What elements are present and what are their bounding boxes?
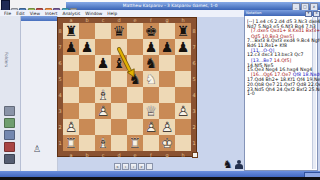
square-e7[interactable] bbox=[127, 39, 143, 55]
rank-label-3-right: 3 bbox=[192, 108, 197, 114]
white-king: ♚♔ bbox=[159, 135, 175, 151]
square-d1[interactable] bbox=[111, 135, 127, 151]
file-label-b-bottom: b bbox=[79, 152, 95, 158]
square-h4[interactable] bbox=[175, 87, 191, 103]
next-move-button[interactable]: › bbox=[130, 163, 137, 170]
square-f1[interactable] bbox=[143, 135, 159, 151]
square-a6[interactable] bbox=[63, 55, 79, 71]
square-b1[interactable] bbox=[79, 135, 95, 151]
square-h2[interactable] bbox=[175, 119, 191, 135]
square-c6[interactable]: ♟ bbox=[95, 55, 111, 71]
file-label-g-bottom: g bbox=[159, 152, 175, 158]
square-h6[interactable] bbox=[175, 55, 191, 71]
rank-label-5-left: 5 bbox=[58, 76, 63, 82]
black-rook: ♜ bbox=[63, 23, 79, 39]
move-text[interactable]: 1-0 bbox=[247, 91, 255, 96]
menu-file[interactable]: File bbox=[4, 11, 11, 16]
file-label-e-bottom: e bbox=[127, 152, 143, 158]
rank-label-2-right: 2 bbox=[192, 124, 197, 130]
rail-icon-4[interactable] bbox=[4, 142, 15, 152]
bottom-edge bbox=[0, 177, 320, 180]
menu-items: FileEditViewInsertAnalysisWindowHelp bbox=[4, 11, 122, 16]
file-label-c-top: c bbox=[95, 17, 111, 23]
notation-line-15[interactable]: 23.Nd5 Qh4 24.Qxf2 Bxf2 25.Ne7 bbox=[247, 87, 315, 92]
file-label-c-bottom: c bbox=[95, 152, 111, 158]
white-pawn: ♟♙ bbox=[63, 119, 79, 135]
square-a3[interactable] bbox=[63, 103, 79, 119]
move-text[interactable]: 23.Nd5 Qh4 24.Qxf2 Bxf2 25.Ne7 bbox=[247, 86, 320, 91]
square-d3[interactable] bbox=[111, 103, 127, 119]
square-b5[interactable] bbox=[79, 71, 95, 87]
file-label-g-top: g bbox=[159, 17, 175, 23]
move-text[interactable]: 14.Qf5] bbox=[274, 57, 292, 62]
rank-label-8-right: 8 bbox=[192, 28, 197, 34]
first-move-button[interactable]: « bbox=[114, 163, 121, 170]
last-move-button[interactable]: » bbox=[138, 163, 145, 170]
square-c5[interactable] bbox=[95, 71, 111, 87]
square-a1[interactable]: ♜♖ bbox=[63, 135, 79, 151]
square-d2[interactable] bbox=[111, 119, 127, 135]
square-c7[interactable] bbox=[95, 39, 111, 55]
square-d5[interactable] bbox=[111, 71, 127, 87]
file-label-e-top: e bbox=[127, 17, 143, 23]
white-rook: ♜♖ bbox=[63, 135, 79, 151]
rank-label-5-right: 5 bbox=[192, 76, 197, 82]
rank-label-6-left: 6 bbox=[58, 60, 63, 66]
square-h3[interactable]: ♟♙ bbox=[175, 103, 191, 119]
square-b2[interactable] bbox=[79, 119, 95, 135]
square-b4[interactable] bbox=[79, 87, 95, 103]
square-g8[interactable] bbox=[159, 23, 175, 39]
panel-close-button[interactable]: x bbox=[313, 11, 320, 17]
square-g5[interactable] bbox=[159, 71, 175, 87]
rank-label-4-right: 4 bbox=[192, 92, 197, 98]
square-e1[interactable]: ♜♖ bbox=[127, 135, 143, 151]
square-h5[interactable] bbox=[175, 71, 191, 87]
black-pawn: ♟ bbox=[159, 39, 175, 55]
square-b7[interactable]: ♟ bbox=[79, 39, 95, 55]
menu-analysis[interactable]: Analysis bbox=[62, 11, 80, 16]
square-d8[interactable]: ♛ bbox=[111, 23, 127, 39]
board-corner-marker bbox=[192, 152, 198, 158]
rank-label-7-right: 7 bbox=[192, 44, 197, 50]
rank-label-8-left: 8 bbox=[58, 28, 63, 34]
prev-move-button[interactable]: ‹ bbox=[122, 163, 129, 170]
black-pawn: ♟ bbox=[63, 39, 79, 55]
rail-icon-1[interactable] bbox=[4, 106, 15, 116]
move-list: [--] 1.e4 c6 2.d4 d5 3.Nc3 dxe4 4.Nxe4Nd… bbox=[247, 19, 315, 105]
black-pawn: ♟ bbox=[79, 39, 95, 55]
square-d6[interactable]: ♝ bbox=[111, 55, 127, 71]
square-c1[interactable]: ♝♗ bbox=[95, 135, 111, 151]
square-g6[interactable] bbox=[159, 55, 175, 71]
black-knight: ♞ bbox=[127, 71, 143, 87]
black-queen: ♛ bbox=[111, 23, 127, 39]
square-e4[interactable] bbox=[127, 87, 143, 103]
square-b8[interactable] bbox=[79, 23, 95, 39]
white-queen: ♛♕ bbox=[143, 103, 159, 119]
square-b3[interactable] bbox=[79, 103, 95, 119]
black-king: ♚ bbox=[143, 23, 159, 39]
file-label-d-top: d bbox=[111, 17, 127, 23]
white-rook: ♜♖ bbox=[127, 135, 143, 151]
black-knight: ♞ bbox=[143, 55, 159, 71]
rail-icon-3[interactable] bbox=[4, 130, 15, 140]
white-bishop: ♝♗ bbox=[95, 87, 111, 103]
square-f7[interactable]: ♟ bbox=[143, 39, 159, 55]
pawn-icon: ♙ bbox=[33, 144, 41, 154]
rank-label-2-left: 2 bbox=[58, 124, 63, 130]
square-h8[interactable]: ♜ bbox=[175, 23, 191, 39]
square-a8[interactable]: ♜ bbox=[63, 23, 79, 39]
file-label-h-bottom: h bbox=[175, 152, 191, 158]
panel-menu-button[interactable]: ▾ bbox=[305, 11, 312, 17]
black-pawn: ♟ bbox=[175, 39, 191, 55]
white-pawn: ♟♙ bbox=[159, 119, 175, 135]
knight-icon[interactable]: ♞ bbox=[223, 159, 233, 170]
rail-icon-5[interactable] bbox=[4, 154, 15, 164]
square-f2[interactable]: ♟♙ bbox=[143, 119, 159, 135]
square-e3[interactable] bbox=[127, 103, 143, 119]
chess-board[interactable]: ♜♛♚♜♟♟♟♟♟♟♝♞♞♞♘♝♗♟♙♛♕♟♙♟♙♟♙♟♙♜♖♝♗♜♖♚♔ bbox=[63, 23, 191, 151]
square-a5[interactable] bbox=[63, 71, 79, 87]
player-icon-body[interactable] bbox=[235, 164, 243, 169]
black-rook: ♜ bbox=[175, 23, 191, 39]
rank-label-1-right: 1 bbox=[192, 140, 197, 146]
square-f8[interactable]: ♚ bbox=[143, 23, 159, 39]
file-label-a-top: a bbox=[63, 17, 79, 23]
window-title: Matthew Kasparov - 3 Kasparov Games, 1-0 bbox=[70, 3, 270, 8]
white-pawn: ♟♙ bbox=[95, 103, 111, 119]
square-h1[interactable] bbox=[175, 135, 191, 151]
square-g3[interactable] bbox=[159, 103, 175, 119]
square-a4[interactable] bbox=[63, 87, 79, 103]
file-label-d-bottom: d bbox=[111, 152, 127, 158]
square-g1[interactable]: ♚♔ bbox=[159, 135, 175, 151]
black-bishop: ♝ bbox=[111, 55, 127, 71]
square-g4[interactable] bbox=[159, 87, 175, 103]
menu-view[interactable]: View bbox=[30, 11, 40, 16]
rail-icon-2[interactable] bbox=[4, 118, 15, 128]
square-c8[interactable] bbox=[95, 23, 111, 39]
square-c4[interactable]: ♝♗ bbox=[95, 87, 111, 103]
square-a7[interactable]: ♟ bbox=[63, 39, 79, 55]
rank-label-7-left: 7 bbox=[58, 44, 63, 50]
square-h7[interactable]: ♟ bbox=[175, 39, 191, 55]
app-window: Matthew Kasparov - 3 Kasparov Games, 1-0… bbox=[0, 0, 320, 180]
square-g2[interactable]: ♟♙ bbox=[159, 119, 175, 135]
square-c3[interactable]: ♟♙ bbox=[95, 103, 111, 119]
menu-window[interactable]: Window bbox=[85, 11, 102, 16]
square-f4[interactable] bbox=[143, 87, 159, 103]
square-f3[interactable]: ♛♕ bbox=[143, 103, 159, 119]
square-e5[interactable]: ♞ bbox=[127, 71, 143, 87]
file-label-h-top: h bbox=[175, 17, 191, 23]
square-c2[interactable] bbox=[95, 119, 111, 135]
square-e6[interactable] bbox=[127, 55, 143, 71]
rank-label-1-left: 1 bbox=[58, 140, 63, 146]
file-label-a-bottom: a bbox=[63, 152, 79, 158]
notation-panel-title: Notation bbox=[246, 11, 261, 14]
square-f5[interactable]: ♞♘ bbox=[143, 71, 159, 87]
square-f6[interactable]: ♞ bbox=[143, 55, 159, 71]
square-g7[interactable]: ♟ bbox=[159, 39, 175, 55]
file-label-f-bottom: f bbox=[143, 152, 159, 158]
white-knight: ♞♘ bbox=[143, 71, 159, 87]
black-pawn: ♟ bbox=[143, 39, 159, 55]
white-pawn: ♟♙ bbox=[143, 119, 159, 135]
white-pawn: ♟♙ bbox=[175, 103, 191, 119]
autoplay-button[interactable] bbox=[146, 163, 153, 170]
square-b6[interactable] bbox=[79, 55, 95, 71]
square-d7[interactable] bbox=[111, 39, 127, 55]
menu-edit[interactable]: Edit bbox=[16, 11, 24, 16]
rank-label-3-left: 3 bbox=[58, 108, 63, 114]
left-rail-tab-label[interactable]: Folders bbox=[3, 52, 10, 94]
square-a2[interactable]: ♟♙ bbox=[63, 119, 79, 135]
rank-label-6-right: 6 bbox=[192, 60, 197, 66]
square-e2[interactable] bbox=[127, 119, 143, 135]
square-e8[interactable] bbox=[127, 23, 143, 39]
menu-insert[interactable]: Insert bbox=[45, 11, 57, 16]
rank-label-4-left: 4 bbox=[58, 92, 63, 98]
menu-help[interactable]: Help bbox=[107, 11, 117, 16]
left-rail-icons bbox=[0, 104, 20, 164]
notation-line-16[interactable]: 1-0 bbox=[247, 92, 315, 97]
black-pawn: ♟ bbox=[95, 55, 111, 71]
left-panel-header bbox=[21, 16, 57, 21]
file-label-b-top: b bbox=[79, 17, 95, 23]
file-label-f-top: f bbox=[143, 17, 159, 23]
square-d4[interactable] bbox=[111, 87, 127, 103]
white-bishop: ♝♗ bbox=[95, 135, 111, 151]
